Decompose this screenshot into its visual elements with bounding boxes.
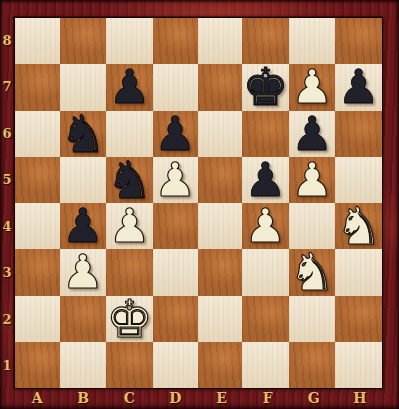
square-c8[interactable] <box>106 18 153 64</box>
rank-label-6: 6 <box>0 110 14 157</box>
file-label-g: G <box>291 389 337 407</box>
square-g2[interactable] <box>289 296 336 342</box>
square-g5[interactable]: ♟ <box>289 157 336 203</box>
rank-labels: 87654321 <box>0 17 14 389</box>
file-label-h: H <box>337 389 383 407</box>
white-pawn-f4[interactable]: ♟ <box>244 203 286 249</box>
black-pawn-f5[interactable]: ♟ <box>244 157 286 203</box>
square-a2[interactable] <box>15 296 60 342</box>
square-c2[interactable]: ♚ <box>106 296 153 342</box>
square-a1[interactable] <box>15 342 60 388</box>
square-h4[interactable]: ♞ <box>335 203 382 249</box>
square-e8[interactable] <box>198 18 243 64</box>
square-a8[interactable] <box>15 18 60 64</box>
square-d8[interactable] <box>153 18 198 64</box>
black-knight-c5[interactable]: ♞ <box>106 157 153 203</box>
square-e4[interactable] <box>198 203 243 249</box>
square-c7[interactable]: ♟ <box>106 64 153 110</box>
square-d7[interactable] <box>153 64 198 110</box>
square-a6[interactable] <box>15 111 60 157</box>
white-pawn-g5[interactable]: ♟ <box>291 157 333 203</box>
white-pawn-g7[interactable]: ♟ <box>291 64 333 110</box>
rank-label-7: 7 <box>0 64 14 111</box>
square-b3[interactable]: ♟ <box>60 249 107 295</box>
square-f3[interactable] <box>242 249 289 295</box>
white-pawn-d5[interactable]: ♟ <box>154 157 196 203</box>
square-c4[interactable]: ♟ <box>106 203 153 249</box>
white-king-c2[interactable]: ♚ <box>106 296 153 342</box>
rank-label-5: 5 <box>0 157 14 204</box>
square-h1[interactable] <box>335 342 382 388</box>
chess-board: ♟♚♟♟♞♟♟♞♟♟♟♟♟♟♞♟♞♚ <box>14 17 383 389</box>
board-frame: ♟♚♟♟♞♟♟♞♟♟♟♟♟♟♞♟♞♚ 87654321 ABCDEFGH <box>0 0 399 409</box>
black-pawn-g6[interactable]: ♟ <box>291 111 333 157</box>
rank-label-8: 8 <box>0 17 14 64</box>
square-h3[interactable] <box>335 249 382 295</box>
square-b1[interactable] <box>60 342 107 388</box>
square-d4[interactable] <box>153 203 198 249</box>
file-label-f: F <box>245 389 291 407</box>
square-d1[interactable] <box>153 342 198 388</box>
file-label-a: A <box>14 389 60 407</box>
white-knight-h4[interactable]: ♞ <box>335 203 382 249</box>
square-g3[interactable]: ♞ <box>289 249 336 295</box>
file-label-b: B <box>60 389 106 407</box>
rank-label-1: 1 <box>0 343 14 390</box>
square-f7[interactable]: ♚ <box>242 64 289 110</box>
square-a3[interactable] <box>15 249 60 295</box>
square-d3[interactable] <box>153 249 198 295</box>
square-g6[interactable]: ♟ <box>289 111 336 157</box>
square-e7[interactable] <box>198 64 243 110</box>
white-knight-g3[interactable]: ♞ <box>289 249 336 295</box>
square-a5[interactable] <box>15 157 60 203</box>
square-c5[interactable]: ♞ <box>106 157 153 203</box>
square-f6[interactable] <box>242 111 289 157</box>
square-g1[interactable] <box>289 342 336 388</box>
file-label-e: E <box>199 389 245 407</box>
square-h2[interactable] <box>335 296 382 342</box>
square-h6[interactable] <box>335 111 382 157</box>
square-f1[interactable] <box>242 342 289 388</box>
square-d2[interactable] <box>153 296 198 342</box>
square-e3[interactable] <box>198 249 243 295</box>
square-b4[interactable]: ♟ <box>60 203 107 249</box>
square-c1[interactable] <box>106 342 153 388</box>
square-g8[interactable] <box>289 18 336 64</box>
square-e5[interactable] <box>198 157 243 203</box>
rank-label-3: 3 <box>0 250 14 297</box>
white-pawn-c4[interactable]: ♟ <box>108 203 150 249</box>
rank-label-4: 4 <box>0 203 14 250</box>
square-d5[interactable]: ♟ <box>153 157 198 203</box>
square-e2[interactable] <box>198 296 243 342</box>
square-e1[interactable] <box>198 342 243 388</box>
black-pawn-c7[interactable]: ♟ <box>108 64 150 110</box>
square-a4[interactable] <box>15 203 60 249</box>
square-h8[interactable] <box>335 18 382 64</box>
square-e6[interactable] <box>198 111 243 157</box>
file-label-c: C <box>106 389 152 407</box>
black-king-f7[interactable]: ♚ <box>242 64 289 110</box>
white-pawn-b3[interactable]: ♟ <box>62 249 104 295</box>
black-knight-b6[interactable]: ♞ <box>60 111 107 157</box>
file-label-d: D <box>152 389 198 407</box>
rank-label-2: 2 <box>0 296 14 343</box>
square-a7[interactable] <box>15 64 60 110</box>
square-f2[interactable] <box>242 296 289 342</box>
square-h7[interactable]: ♟ <box>335 64 382 110</box>
square-b6[interactable]: ♞ <box>60 111 107 157</box>
square-g7[interactable]: ♟ <box>289 64 336 110</box>
file-labels: ABCDEFGH <box>14 389 383 407</box>
square-b8[interactable] <box>60 18 107 64</box>
square-b2[interactable] <box>60 296 107 342</box>
black-pawn-h7[interactable]: ♟ <box>338 64 380 110</box>
square-b5[interactable] <box>60 157 107 203</box>
square-d6[interactable]: ♟ <box>153 111 198 157</box>
square-f5[interactable]: ♟ <box>242 157 289 203</box>
black-pawn-d6[interactable]: ♟ <box>154 111 196 157</box>
black-pawn-b4[interactable]: ♟ <box>62 203 104 249</box>
square-f4[interactable]: ♟ <box>242 203 289 249</box>
